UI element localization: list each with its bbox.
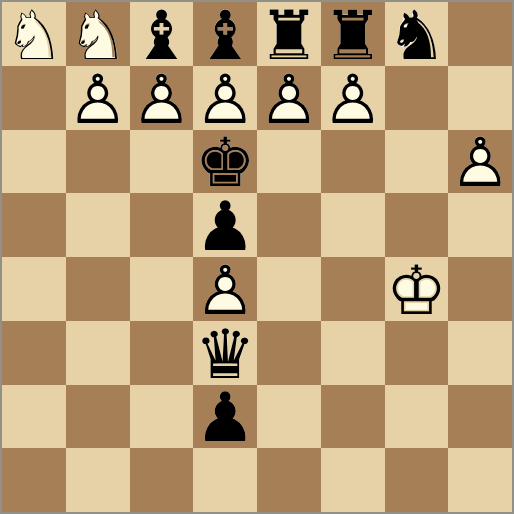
square-a6[interactable] [2,130,66,194]
white-pawn-piece[interactable]: ♟♙ [130,66,194,130]
square-h8[interactable] [448,2,512,66]
square-a1[interactable] [2,448,66,512]
square-g7[interactable] [385,66,449,130]
piece-body-fill: ♟ [193,195,257,259]
piece-outline: ♙ [257,68,321,132]
square-b2[interactable] [66,385,130,449]
square-f7[interactable]: ♟♙ [321,66,385,130]
piece-outline: ♙ [193,68,257,132]
square-e1[interactable] [257,448,321,512]
piece-outline: ♙ [193,387,257,451]
piece-outline: ♙ [321,68,385,132]
square-f4[interactable] [321,257,385,321]
piece-body-fill: ♟ [193,68,257,132]
white-pawn-piece[interactable]: ♟♙ [193,257,257,321]
square-b3[interactable] [66,321,130,385]
piece-body-fill: ♝ [130,4,194,68]
square-d7[interactable]: ♟♙ [193,66,257,130]
piece-outline: ♙ [130,68,194,132]
piece-body-fill: ♚ [193,132,257,196]
piece-outline: ♖ [321,4,385,68]
square-e7[interactable]: ♟♙ [257,66,321,130]
black-rook-piece[interactable]: ♖♜ [321,2,385,66]
square-d4[interactable]: ♟♙ [193,257,257,321]
black-bishop-piece[interactable]: ♗♝ [193,2,257,66]
white-king-piece[interactable]: ♚♔ [385,257,449,321]
square-b4[interactable] [66,257,130,321]
square-e6[interactable] [257,130,321,194]
square-e3[interactable] [257,321,321,385]
piece-body-fill: ♟ [321,68,385,132]
square-c6[interactable] [130,130,194,194]
piece-outline: ♗ [130,4,194,68]
white-pawn-piece[interactable]: ♟♙ [193,66,257,130]
square-h5[interactable] [448,193,512,257]
piece-outline: ♘ [385,4,449,68]
black-bishop-piece[interactable]: ♗♝ [130,2,194,66]
square-b5[interactable] [66,193,130,257]
square-e8[interactable]: ♖♜ [257,2,321,66]
square-g5[interactable] [385,193,449,257]
square-f6[interactable] [321,130,385,194]
black-pawn-piece[interactable]: ♙♟ [193,385,257,449]
square-f5[interactable] [321,193,385,257]
square-c2[interactable] [130,385,194,449]
piece-outline: ♔ [385,259,449,323]
piece-body-fill: ♚ [385,259,449,323]
white-pawn-piece[interactable]: ♟♙ [448,130,512,194]
black-queen-piece[interactable]: ♕♛ [193,321,257,385]
square-a8[interactable]: ♞♘ [2,2,66,66]
piece-outline: ♙ [193,259,257,323]
square-c1[interactable] [130,448,194,512]
white-pawn-piece[interactable]: ♟♙ [321,66,385,130]
piece-outline: ♙ [193,195,257,259]
square-h2[interactable] [448,385,512,449]
square-g4[interactable]: ♚♔ [385,257,449,321]
square-f8[interactable]: ♖♜ [321,2,385,66]
piece-body-fill: ♞ [66,4,130,68]
black-rook-piece[interactable]: ♖♜ [257,2,321,66]
black-knight-piece[interactable]: ♘♞ [385,2,449,66]
square-a4[interactable] [2,257,66,321]
square-e5[interactable] [257,193,321,257]
black-pawn-piece[interactable]: ♙♟ [193,193,257,257]
piece-outline: ♙ [66,68,130,132]
square-h6[interactable]: ♟♙ [448,130,512,194]
piece-body-fill: ♟ [193,387,257,451]
white-pawn-piece[interactable]: ♟♙ [66,66,130,130]
piece-outline: ♖ [257,4,321,68]
square-h1[interactable] [448,448,512,512]
square-d8[interactable]: ♗♝ [193,2,257,66]
piece-outline: ♘ [2,4,66,68]
square-h3[interactable] [448,321,512,385]
square-f1[interactable] [321,448,385,512]
square-a7[interactable] [2,66,66,130]
square-f3[interactable] [321,321,385,385]
piece-body-fill: ♟ [193,259,257,323]
piece-body-fill: ♜ [321,4,385,68]
square-g6[interactable] [385,130,449,194]
white-knight-piece[interactable]: ♞♘ [66,2,130,66]
piece-body-fill: ♜ [257,4,321,68]
white-pawn-piece[interactable]: ♟♙ [257,66,321,130]
piece-body-fill: ♟ [66,68,130,132]
square-g3[interactable] [385,321,449,385]
square-e4[interactable] [257,257,321,321]
square-d3[interactable]: ♕♛ [193,321,257,385]
piece-body-fill: ♟ [257,68,321,132]
square-a2[interactable] [2,385,66,449]
square-g2[interactable] [385,385,449,449]
square-h4[interactable] [448,257,512,321]
square-c3[interactable] [130,321,194,385]
square-c5[interactable] [130,193,194,257]
piece-body-fill: ♛ [193,323,257,387]
chess-board-frame: ♞♘♞♘♗♝♗♝♖♜♖♜♘♞♟♙♟♙♟♙♟♙♟♙♔♚♟♙♙♟♟♙♚♔♕♛♙♟ [0,0,514,514]
piece-body-fill: ♟ [130,68,194,132]
piece-body-fill: ♝ [193,4,257,68]
square-b7[interactable]: ♟♙ [66,66,130,130]
white-knight-piece[interactable]: ♞♘ [2,2,66,66]
piece-outline: ♔ [193,132,257,196]
piece-outline: ♘ [66,4,130,68]
square-b1[interactable] [66,448,130,512]
square-e2[interactable] [257,385,321,449]
square-f2[interactable] [321,385,385,449]
square-a3[interactable] [2,321,66,385]
square-b8[interactable]: ♞♘ [66,2,130,66]
square-d1[interactable] [193,448,257,512]
square-c7[interactable]: ♟♙ [130,66,194,130]
piece-outline: ♕ [193,323,257,387]
piece-body-fill: ♟ [448,132,512,196]
piece-body-fill: ♞ [385,4,449,68]
square-a5[interactable] [2,193,66,257]
square-d2[interactable]: ♙♟ [193,385,257,449]
square-g1[interactable] [385,448,449,512]
square-h7[interactable] [448,66,512,130]
square-d5[interactable]: ♙♟ [193,193,257,257]
square-d6[interactable]: ♔♚ [193,130,257,194]
square-g8[interactable]: ♘♞ [385,2,449,66]
square-b6[interactable] [66,130,130,194]
square-c8[interactable]: ♗♝ [130,2,194,66]
chess-board: ♞♘♞♘♗♝♗♝♖♜♖♜♘♞♟♙♟♙♟♙♟♙♟♙♔♚♟♙♙♟♟♙♚♔♕♛♙♟ [2,2,512,512]
black-king-piece[interactable]: ♔♚ [193,130,257,194]
piece-outline: ♙ [448,132,512,196]
piece-body-fill: ♞ [2,4,66,68]
square-c4[interactable] [130,257,194,321]
piece-outline: ♗ [193,4,257,68]
